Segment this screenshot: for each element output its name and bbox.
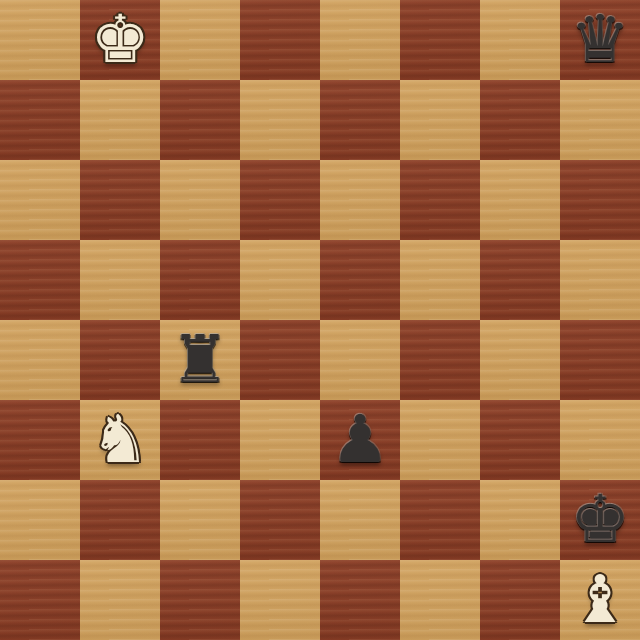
square-b2[interactable] xyxy=(80,480,160,560)
square-f6[interactable] xyxy=(400,160,480,240)
square-e4[interactable] xyxy=(320,320,400,400)
square-d4[interactable] xyxy=(240,320,320,400)
square-a7[interactable] xyxy=(0,80,80,160)
square-h8[interactable]: ♛ xyxy=(560,0,640,80)
square-e3[interactable]: ♟ xyxy=(320,400,400,480)
square-b3[interactable]: ♞ xyxy=(80,400,160,480)
square-a4[interactable] xyxy=(0,320,80,400)
square-h6[interactable] xyxy=(560,160,640,240)
square-a6[interactable] xyxy=(0,160,80,240)
square-b4[interactable] xyxy=(80,320,160,400)
square-h3[interactable] xyxy=(560,400,640,480)
square-h7[interactable] xyxy=(560,80,640,160)
square-g1[interactable] xyxy=(480,560,560,640)
square-g6[interactable] xyxy=(480,160,560,240)
piece-white-king[interactable]: ♚ xyxy=(90,0,149,80)
piece-black-queen[interactable]: ♛ xyxy=(570,0,629,80)
square-f4[interactable] xyxy=(400,320,480,400)
square-a2[interactable] xyxy=(0,480,80,560)
square-e2[interactable] xyxy=(320,480,400,560)
square-h2[interactable]: ♚ xyxy=(560,480,640,560)
piece-black-pawn[interactable]: ♟ xyxy=(330,400,389,480)
square-g7[interactable] xyxy=(480,80,560,160)
square-e8[interactable] xyxy=(320,0,400,80)
square-b8[interactable]: ♚ xyxy=(80,0,160,80)
square-d7[interactable] xyxy=(240,80,320,160)
square-f3[interactable] xyxy=(400,400,480,480)
square-c4[interactable]: ♜ xyxy=(160,320,240,400)
square-g4[interactable] xyxy=(480,320,560,400)
square-c3[interactable] xyxy=(160,400,240,480)
square-g8[interactable] xyxy=(480,0,560,80)
square-a8[interactable] xyxy=(0,0,80,80)
square-d3[interactable] xyxy=(240,400,320,480)
chess-board: ♚♛♜♞♟♚♝ xyxy=(0,0,640,640)
square-h4[interactable] xyxy=(560,320,640,400)
piece-white-bishop[interactable]: ♝ xyxy=(570,560,629,640)
square-d5[interactable] xyxy=(240,240,320,320)
square-a5[interactable] xyxy=(0,240,80,320)
square-f1[interactable] xyxy=(400,560,480,640)
square-f2[interactable] xyxy=(400,480,480,560)
square-b1[interactable] xyxy=(80,560,160,640)
piece-black-king[interactable]: ♚ xyxy=(570,480,629,560)
square-c1[interactable] xyxy=(160,560,240,640)
square-e1[interactable] xyxy=(320,560,400,640)
square-c7[interactable] xyxy=(160,80,240,160)
square-e5[interactable] xyxy=(320,240,400,320)
square-f7[interactable] xyxy=(400,80,480,160)
square-d1[interactable] xyxy=(240,560,320,640)
square-e7[interactable] xyxy=(320,80,400,160)
square-d8[interactable] xyxy=(240,0,320,80)
square-f5[interactable] xyxy=(400,240,480,320)
square-g5[interactable] xyxy=(480,240,560,320)
square-h1[interactable]: ♝ xyxy=(560,560,640,640)
square-d6[interactable] xyxy=(240,160,320,240)
square-c2[interactable] xyxy=(160,480,240,560)
square-a3[interactable] xyxy=(0,400,80,480)
square-b5[interactable] xyxy=(80,240,160,320)
square-f8[interactable] xyxy=(400,0,480,80)
square-g2[interactable] xyxy=(480,480,560,560)
piece-black-rook[interactable]: ♜ xyxy=(170,320,229,400)
square-b7[interactable] xyxy=(80,80,160,160)
square-h5[interactable] xyxy=(560,240,640,320)
piece-white-knight[interactable]: ♞ xyxy=(90,400,149,480)
square-b6[interactable] xyxy=(80,160,160,240)
square-c8[interactable] xyxy=(160,0,240,80)
square-g3[interactable] xyxy=(480,400,560,480)
square-c5[interactable] xyxy=(160,240,240,320)
square-c6[interactable] xyxy=(160,160,240,240)
square-e6[interactable] xyxy=(320,160,400,240)
square-a1[interactable] xyxy=(0,560,80,640)
square-d2[interactable] xyxy=(240,480,320,560)
